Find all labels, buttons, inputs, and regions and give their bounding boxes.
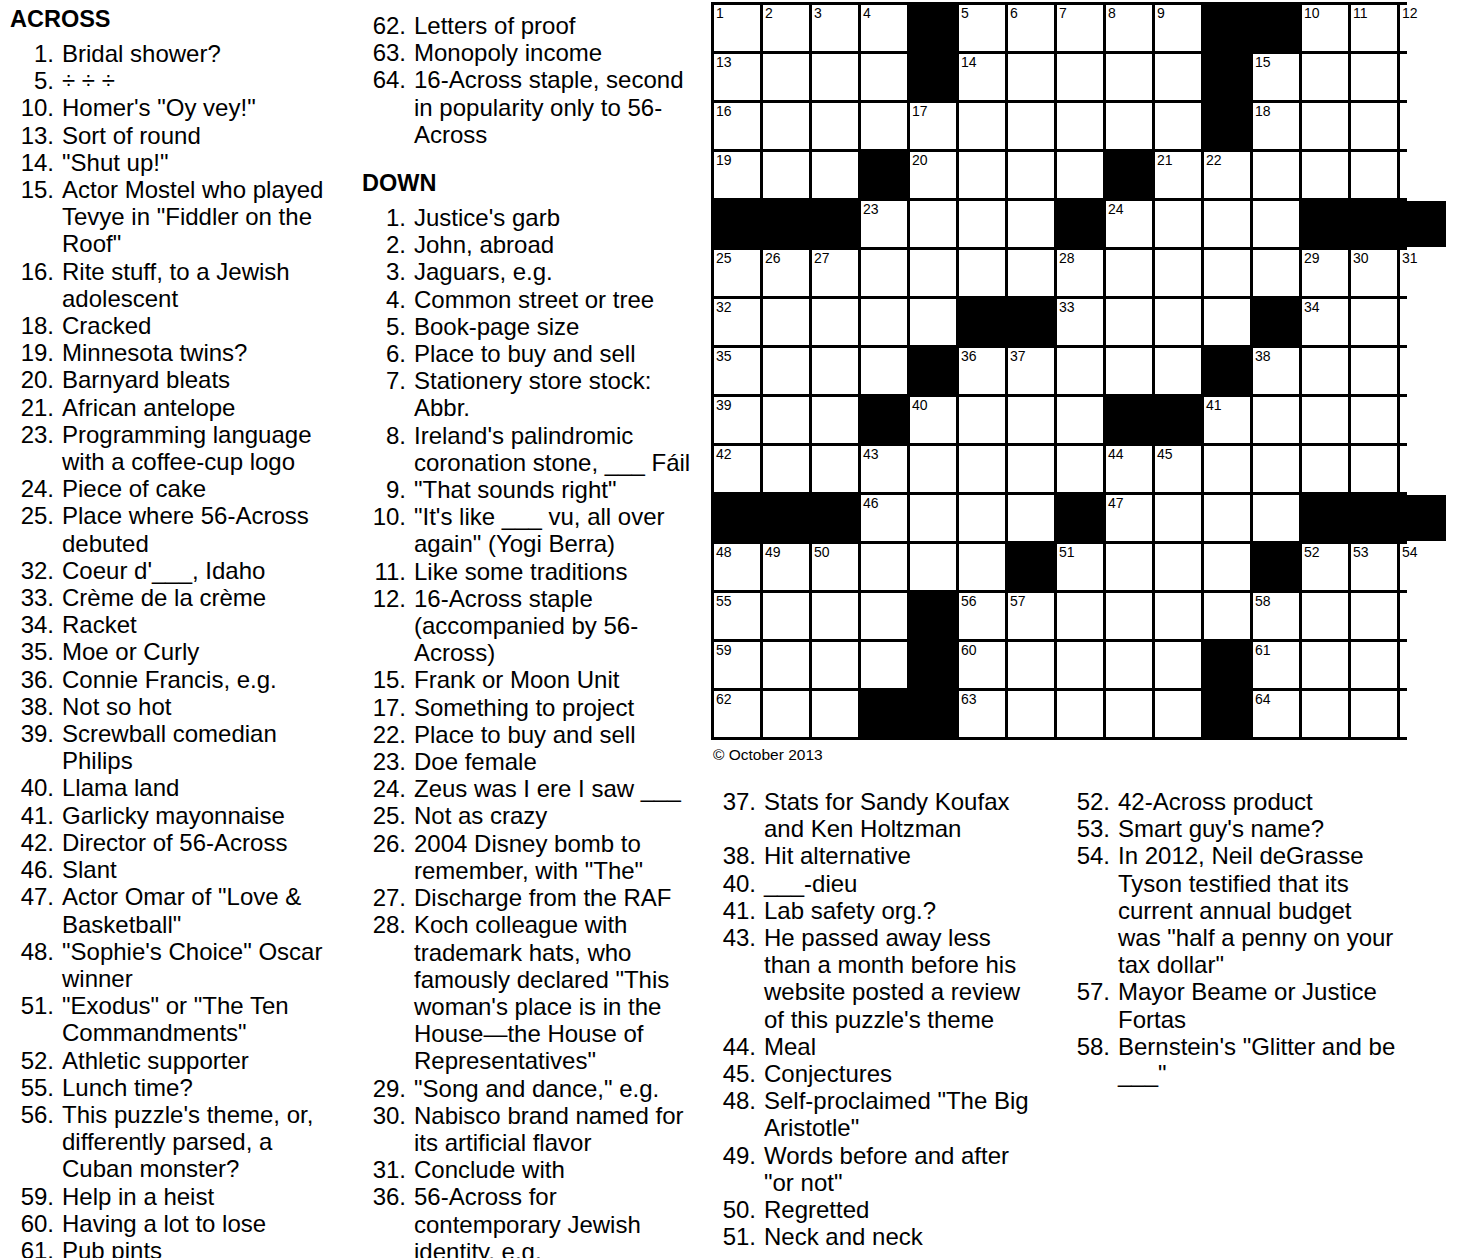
grid-cell[interactable]	[1302, 348, 1348, 394]
clue-number: 40.	[712, 870, 756, 897]
clue-number: 59.	[10, 1183, 54, 1210]
clue-number: 2.	[362, 231, 406, 258]
clue-number: 21.	[10, 394, 54, 421]
grid-cell[interactable]: 13	[714, 54, 760, 100]
grid-cell[interactable]: 53	[1351, 544, 1397, 590]
clue-item: 59.Help in a heist	[10, 1183, 342, 1210]
grid-cell-black	[1400, 495, 1446, 541]
cell-number: 62	[716, 691, 732, 707]
clue-number: 24.	[10, 475, 54, 502]
clue-number: 38.	[10, 693, 54, 720]
clue-text: Piece of cake	[62, 475, 342, 502]
clue-text: Words before and after "or not"	[764, 1142, 1036, 1196]
grid-cell[interactable]	[1106, 593, 1152, 639]
grid-cell[interactable]	[1204, 201, 1250, 247]
grid-cell[interactable]	[812, 642, 858, 688]
grid-cell[interactable]	[959, 103, 1005, 149]
cell-number: 4	[863, 5, 871, 21]
clue-number: 19.	[10, 339, 54, 366]
clue-text: Athletic supporter	[62, 1047, 342, 1074]
grid-cell[interactable]: 40	[910, 397, 956, 443]
grid-cell[interactable]	[1057, 397, 1103, 443]
crossword-page: ACROSS 1.Bridal shower?5.÷ ÷ ÷10.Homer's…	[0, 0, 1459, 1258]
grid-cell-black	[1204, 5, 1250, 51]
grid-cell[interactable]	[1204, 250, 1250, 296]
cell-number: 14	[961, 54, 977, 70]
clue-item: 23.Doe female	[362, 748, 706, 775]
grid-cell[interactable]	[910, 250, 956, 296]
clue-item: 37.Stats for Sandy Koufax and Ken Holtzm…	[712, 788, 1036, 842]
cell-number: 1	[716, 5, 724, 21]
grid-cell[interactable]: 5	[959, 5, 1005, 51]
grid-cell[interactable]: 41	[1204, 397, 1250, 443]
grid-cell[interactable]	[1253, 250, 1299, 296]
cell-number: 11	[1353, 5, 1368, 21]
grid-cell-black	[910, 593, 956, 639]
clue-item: 40.___-dieu	[712, 870, 1036, 897]
cell-number: 50	[814, 544, 830, 560]
grid-cell[interactable]: 48	[714, 544, 760, 590]
grid-cell[interactable]	[1351, 103, 1397, 149]
grid-cell[interactable]	[812, 54, 858, 100]
cell-number: 34	[1304, 299, 1320, 315]
grid-cell[interactable]	[959, 201, 1005, 247]
grid-cell[interactable]	[1057, 152, 1103, 198]
clue-item: 42.Director of 56-Across	[10, 829, 342, 856]
clue-item: 31.Conclude with	[362, 1156, 706, 1183]
grid-cell[interactable]	[1351, 593, 1397, 639]
grid-cell[interactable]	[959, 397, 1005, 443]
grid-cell[interactable]	[812, 593, 858, 639]
clue-item: 28.Koch colleague with trademark hats, w…	[362, 911, 706, 1074]
grid-cell-black	[1008, 544, 1054, 590]
grid-cell[interactable]	[1302, 397, 1348, 443]
grid-cell[interactable]	[1008, 54, 1054, 100]
grid-cell[interactable]: 28	[1057, 250, 1103, 296]
grid-cell[interactable]: 46	[861, 495, 907, 541]
grid-cell[interactable]: 59	[714, 642, 760, 688]
grid-cell[interactable]: 19	[714, 152, 760, 198]
grid-cell[interactable]	[959, 250, 1005, 296]
clue-text: Book-page size	[414, 313, 706, 340]
grid-cell[interactable]	[763, 397, 809, 443]
grid-cell[interactable]: 50	[812, 544, 858, 590]
clue-item: 64.16-Across staple, second in popularit…	[362, 66, 706, 148]
grid-cell[interactable]	[910, 201, 956, 247]
cell-number: 36	[961, 348, 977, 364]
grid-cell[interactable]	[763, 691, 809, 737]
cell-number: 56	[961, 593, 977, 609]
grid-cell[interactable]	[1057, 446, 1103, 492]
grid-cell[interactable]: 1	[714, 5, 760, 51]
grid-cell[interactable]	[1008, 446, 1054, 492]
clue-item: 56.This puzzle's theme, or, differently …	[10, 1101, 342, 1183]
grid-cell-black	[910, 348, 956, 394]
grid-cell[interactable]	[1253, 446, 1299, 492]
grid-cell-black	[1204, 54, 1250, 100]
grid-cell[interactable]	[1302, 593, 1348, 639]
clue-text: Actor Omar of "Love & Basketball"	[62, 883, 342, 937]
clue-text: Screwball comedian Philips	[62, 720, 342, 774]
grid-cell[interactable]	[1253, 201, 1299, 247]
grid-cell[interactable]: 45	[1155, 446, 1201, 492]
grid-cell[interactable]	[1302, 642, 1348, 688]
clue-item: 57.Mayor Beame or Justice Fortas	[1066, 978, 1398, 1032]
grid-cell[interactable]: 11	[1351, 5, 1397, 51]
grid-cell[interactable]	[1155, 593, 1201, 639]
grid-cell[interactable]	[1057, 642, 1103, 688]
grid-cell[interactable]: 60	[959, 642, 1005, 688]
grid-cell[interactable]	[1351, 642, 1397, 688]
grid-cell[interactable]	[1008, 103, 1054, 149]
grid-cell[interactable]: 57	[1008, 593, 1054, 639]
grid-cell[interactable]: 47	[1106, 495, 1152, 541]
grid-cell[interactable]	[1351, 299, 1397, 345]
cell-number: 15	[1255, 54, 1271, 70]
grid-cell[interactable]	[910, 446, 956, 492]
grid-cell[interactable]: 2	[763, 5, 809, 51]
grid-cell[interactable]	[763, 299, 809, 345]
grid-cell[interactable]: 56	[959, 593, 1005, 639]
grid-cell[interactable]	[1155, 103, 1201, 149]
clue-item: 48.Self-proclaimed "The Big Aristotle"	[712, 1087, 1036, 1141]
clue-number: 58.	[1066, 1033, 1110, 1087]
cell-number: 19	[716, 152, 732, 168]
clue-text: Something to project	[414, 694, 706, 721]
clue-number: 3.	[362, 258, 406, 285]
grid-cell[interactable]: 39	[714, 397, 760, 443]
grid-cell-black	[1057, 495, 1103, 541]
grid-cell[interactable]: 37	[1008, 348, 1054, 394]
clue-item: 39.Screwball comedian Philips	[10, 720, 342, 774]
grid-cell[interactable]: 20	[910, 152, 956, 198]
grid-cell[interactable]	[1400, 691, 1446, 737]
grid-cell[interactable]	[1302, 103, 1348, 149]
grid-cell[interactable]	[812, 348, 858, 394]
grid-cell[interactable]	[1008, 691, 1054, 737]
grid-cell[interactable]	[1155, 201, 1201, 247]
grid-cell[interactable]: 58	[1253, 593, 1299, 639]
grid-cell[interactable]	[763, 642, 809, 688]
grid-cell[interactable]	[1302, 152, 1348, 198]
cell-number: 43	[863, 446, 879, 462]
clue-item: 25.Place where 56-Across debuted	[10, 502, 342, 556]
grid-cell[interactable]	[861, 348, 907, 394]
clue-text: Help in a heist	[62, 1183, 342, 1210]
grid-cell[interactable]: 23	[861, 201, 907, 247]
cell-number: 64	[1255, 691, 1271, 707]
grid-cell[interactable]: 29	[1302, 250, 1348, 296]
clue-number: 45.	[712, 1060, 756, 1087]
grid-cell[interactable]	[910, 544, 956, 590]
clue-number: 18.	[10, 312, 54, 339]
clue-number: 44.	[712, 1033, 756, 1060]
grid-cell[interactable]	[812, 152, 858, 198]
grid-cell[interactable]	[1204, 544, 1250, 590]
grid-cell[interactable]: 17	[910, 103, 956, 149]
grid-cell[interactable]: 32	[714, 299, 760, 345]
grid-cell[interactable]: 64	[1253, 691, 1299, 737]
grid-cell[interactable]	[1351, 152, 1397, 198]
clue-number: 7.	[362, 367, 406, 421]
grid-cell[interactable]	[959, 446, 1005, 492]
grid-cell[interactable]	[1204, 593, 1250, 639]
grid-cell[interactable]	[910, 299, 956, 345]
grid-cell[interactable]	[1351, 54, 1397, 100]
grid-cell-black	[1302, 201, 1348, 247]
clue-number: 48.	[10, 938, 54, 992]
grid-cell[interactable]	[861, 544, 907, 590]
grid-cell[interactable]	[910, 495, 956, 541]
grid-cell[interactable]	[1155, 299, 1201, 345]
grid-cell[interactable]: 63	[959, 691, 1005, 737]
grid-cell[interactable]	[1106, 642, 1152, 688]
grid-cell[interactable]	[1253, 152, 1299, 198]
clue-text: Regretted	[764, 1196, 1036, 1223]
grid-cell-black	[763, 201, 809, 247]
grid-cell[interactable]	[1155, 54, 1201, 100]
grid-cell[interactable]	[1253, 397, 1299, 443]
grid-cell[interactable]: 61	[1253, 642, 1299, 688]
clue-text: Bridal shower?	[62, 40, 342, 67]
cell-number: 40	[912, 397, 928, 413]
grid-cell[interactable]: 15	[1253, 54, 1299, 100]
grid-cell[interactable]	[1155, 250, 1201, 296]
grid-cell[interactable]	[1253, 495, 1299, 541]
clue-text: Crème de la crème	[62, 584, 342, 611]
grid-cell[interactable]	[812, 446, 858, 492]
grid-cell[interactable]: 12	[1400, 5, 1446, 51]
grid-cell[interactable]: 24	[1106, 201, 1152, 247]
grid-cell[interactable]	[1400, 397, 1446, 443]
grid-cell[interactable]	[763, 152, 809, 198]
grid-cell[interactable]	[1351, 397, 1397, 443]
grid-cell[interactable]	[1106, 250, 1152, 296]
grid-cell[interactable]	[1351, 691, 1397, 737]
clue-text: Monopoly income	[414, 39, 706, 66]
grid-cell[interactable]	[1106, 544, 1152, 590]
clue-item: 1.Justice's garb	[362, 204, 706, 231]
clue-number: 33.	[10, 584, 54, 611]
clue-text: "That sounds right"	[414, 476, 706, 503]
clue-text: Conclude with	[414, 1156, 706, 1183]
grid-cell[interactable]	[1106, 103, 1152, 149]
grid-cell[interactable]	[1057, 54, 1103, 100]
clue-number: 10.	[10, 94, 54, 121]
grid-cell[interactable]: 52	[1302, 544, 1348, 590]
grid-cell[interactable]	[1400, 593, 1446, 639]
grid-cell-black	[1253, 5, 1299, 51]
grid-cell[interactable]	[1008, 201, 1054, 247]
grid-cell[interactable]: 34	[1302, 299, 1348, 345]
grid-cell[interactable]	[861, 103, 907, 149]
grid-cell[interactable]: 62	[714, 691, 760, 737]
grid-cell[interactable]	[1302, 691, 1348, 737]
cell-number: 45	[1157, 446, 1173, 462]
grid-cell[interactable]	[861, 250, 907, 296]
grid-cell[interactable]	[861, 593, 907, 639]
grid-cell[interactable]	[1400, 103, 1446, 149]
grid-cell[interactable]	[1106, 54, 1152, 100]
grid-cell[interactable]	[1057, 348, 1103, 394]
cell-number: 29	[1304, 250, 1320, 266]
grid-cell[interactable]	[812, 691, 858, 737]
clue-number: 29.	[362, 1075, 406, 1102]
clue-number: 10.	[362, 503, 406, 557]
clue-item: 51."Exodus" or "The Ten Commandments"	[10, 992, 342, 1046]
grid-cell[interactable]	[1400, 54, 1446, 100]
clue-number: 6.	[362, 340, 406, 367]
clue-number: 48.	[712, 1087, 756, 1141]
grid-cell[interactable]: 10	[1302, 5, 1348, 51]
grid-cell[interactable]: 8	[1106, 5, 1152, 51]
clue-item: 6.Place to buy and sell	[362, 340, 706, 367]
clue-text: Racket	[62, 611, 342, 638]
clue-item: 49.Words before and after "or not"	[712, 1142, 1036, 1196]
clue-number: 54.	[1066, 842, 1110, 978]
grid-cell[interactable]	[1302, 446, 1348, 492]
grid-cell[interactable]	[1204, 495, 1250, 541]
grid-cell[interactable]: 26	[763, 250, 809, 296]
grid-cell[interactable]	[763, 446, 809, 492]
clue-number: 27.	[362, 884, 406, 911]
grid-cell[interactable]: 36	[959, 348, 1005, 394]
grid-cell[interactable]	[763, 103, 809, 149]
grid-cell[interactable]	[763, 593, 809, 639]
grid-cell[interactable]: 35	[714, 348, 760, 394]
grid-cell[interactable]	[1400, 642, 1446, 688]
grid-cell[interactable]	[1008, 152, 1054, 198]
grid-cell[interactable]	[1155, 495, 1201, 541]
clue-text: Doe female	[414, 748, 706, 775]
grid-cell[interactable]	[1400, 152, 1446, 198]
grid-cell[interactable]: 38	[1253, 348, 1299, 394]
grid-cell[interactable]	[861, 642, 907, 688]
grid-cell[interactable]	[1155, 348, 1201, 394]
grid-cell-black	[1253, 544, 1299, 590]
grid-cell[interactable]: 55	[714, 593, 760, 639]
grid-cell[interactable]: 43	[861, 446, 907, 492]
cell-number: 27	[814, 250, 830, 266]
clue-number: 57.	[1066, 978, 1110, 1032]
clue-item: 54.In 2012, Neil deGrasse Tyson testifie…	[1066, 842, 1398, 978]
grid-cell[interactable]: 3	[812, 5, 858, 51]
grid-cell[interactable]: 9	[1155, 5, 1201, 51]
grid-cell[interactable]: 54	[1400, 544, 1446, 590]
grid-cell[interactable]: 22	[1204, 152, 1250, 198]
grid-cell[interactable]	[1351, 348, 1397, 394]
clue-item: 5.Book-page size	[362, 313, 706, 340]
grid-cell[interactable]: 44	[1106, 446, 1152, 492]
grid-cell[interactable]: 49	[763, 544, 809, 590]
grid-cell[interactable]	[763, 348, 809, 394]
grid-cell[interactable]	[812, 299, 858, 345]
grid-cell[interactable]: 42	[714, 446, 760, 492]
grid-cell[interactable]	[1057, 593, 1103, 639]
grid-cell[interactable]	[1155, 642, 1201, 688]
clue-number: 14.	[10, 149, 54, 176]
grid-cell[interactable]: 7	[1057, 5, 1103, 51]
grid-cell[interactable]	[812, 103, 858, 149]
grid-cell[interactable]	[1106, 299, 1152, 345]
grid-cell[interactable]	[1106, 348, 1152, 394]
grid-cell[interactable]	[1008, 495, 1054, 541]
cell-number: 33	[1059, 299, 1075, 315]
grid-cell[interactable]: 6	[1008, 5, 1054, 51]
clue-number: 22.	[362, 721, 406, 748]
grid-cell-black	[1008, 299, 1054, 345]
clue-item: 24.Piece of cake	[10, 475, 342, 502]
grid-cell[interactable]: 18	[1253, 103, 1299, 149]
grid-cell[interactable]	[1008, 397, 1054, 443]
grid-cell[interactable]	[1400, 446, 1446, 492]
grid-cell-black	[861, 691, 907, 737]
cell-number: 39	[716, 397, 732, 413]
grid-cell[interactable]	[1351, 446, 1397, 492]
grid-cell[interactable]	[812, 397, 858, 443]
clue-number: 35.	[10, 638, 54, 665]
grid-cell[interactable]	[1302, 54, 1348, 100]
grid-cell-black	[861, 152, 907, 198]
grid-cell[interactable]	[1204, 299, 1250, 345]
clue-item: 62.Letters of proof	[362, 12, 706, 39]
grid-cell[interactable]: 51	[1057, 544, 1103, 590]
grid-cell[interactable]: 31	[1400, 250, 1446, 296]
grid-cell[interactable]	[959, 152, 1005, 198]
grid-cell[interactable]: 30	[1351, 250, 1397, 296]
down-clue-list-continued: 37.Stats for Sandy Koufax and Ken Holtzm…	[712, 788, 1036, 1250]
clue-text: Self-proclaimed "The Big Aristotle"	[764, 1087, 1036, 1141]
clue-item: 38.Hit alternative	[712, 842, 1036, 869]
clue-number: 47.	[10, 883, 54, 937]
grid-cell[interactable]	[1400, 348, 1446, 394]
grid-cell[interactable]	[1008, 250, 1054, 296]
clue-item: 52.Athletic supporter	[10, 1047, 342, 1074]
grid-cell[interactable]	[861, 54, 907, 100]
clue-text: Homer's "Oy vey!"	[62, 94, 342, 121]
grid-cell[interactable]	[1057, 103, 1103, 149]
grid-cell[interactable]	[1400, 299, 1446, 345]
clue-number: 51.	[712, 1223, 756, 1250]
grid-cell[interactable]	[1155, 544, 1201, 590]
grid-cell-black	[910, 54, 956, 100]
clue-number: 60.	[10, 1210, 54, 1237]
grid-cell[interactable]	[1106, 691, 1152, 737]
grid-cell[interactable]	[1057, 691, 1103, 737]
grid-cell[interactable]: 33	[1057, 299, 1103, 345]
clue-number: 11.	[362, 558, 406, 585]
grid-cell[interactable]	[1204, 446, 1250, 492]
grid-cell[interactable]	[959, 544, 1005, 590]
clue-text: 16-Across staple, second in popularity o…	[414, 66, 706, 148]
grid-cell[interactable]: 27	[812, 250, 858, 296]
grid-cell[interactable]: 14	[959, 54, 1005, 100]
grid-cell[interactable]	[959, 495, 1005, 541]
grid-cell[interactable]: 16	[714, 103, 760, 149]
grid-cell[interactable]	[1155, 691, 1201, 737]
cell-number: 31	[1402, 250, 1418, 266]
grid-cell[interactable]: 21	[1155, 152, 1201, 198]
grid-cell-black	[1106, 397, 1152, 443]
grid-cell[interactable]	[763, 54, 809, 100]
grid-cell[interactable]: 25	[714, 250, 760, 296]
grid-cell[interactable]	[1008, 642, 1054, 688]
grid-cell[interactable]: 4	[861, 5, 907, 51]
grid-cell[interactable]	[861, 299, 907, 345]
cell-number: 18	[1255, 103, 1271, 119]
clue-text: Garlicky mayonnaise	[62, 802, 342, 829]
cell-number: 8	[1108, 5, 1116, 21]
